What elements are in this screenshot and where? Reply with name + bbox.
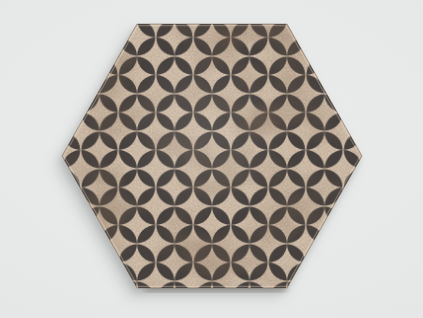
hexagon-tile-photo (0, 0, 423, 318)
page-background (0, 0, 423, 318)
